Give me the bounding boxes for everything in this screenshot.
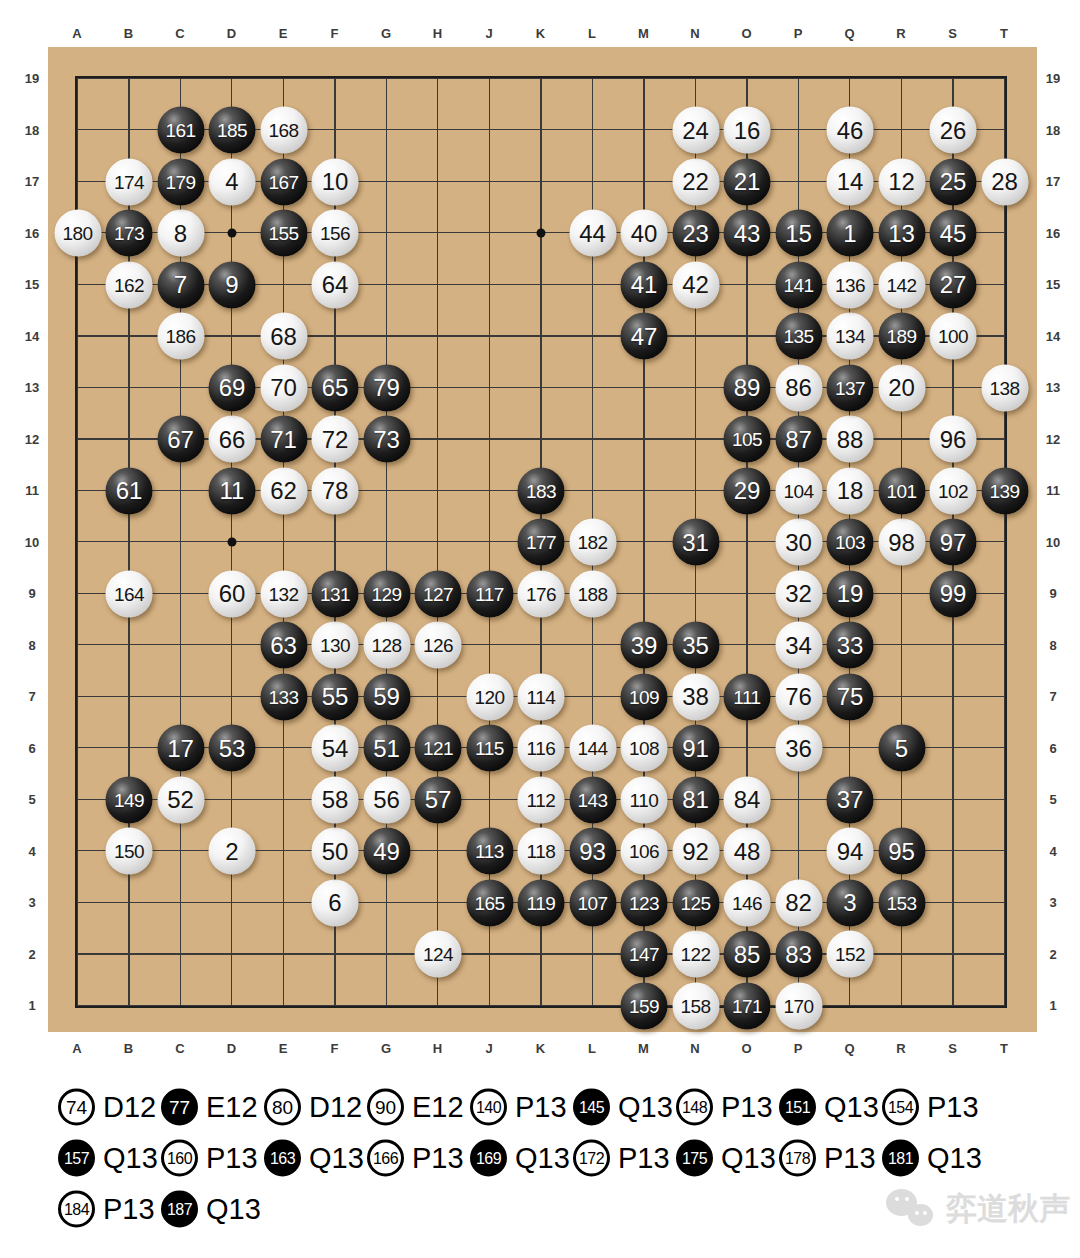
coord-right-1: 1: [1039, 998, 1067, 1013]
stone-L5-move-143: 143: [569, 776, 616, 823]
annotation-stone-74: 74: [58, 1089, 95, 1126]
stone-C15-move-7: 7: [157, 261, 204, 308]
coord-left-4: 4: [18, 843, 46, 858]
stone-O5-move-84: 84: [724, 776, 771, 823]
annotation-move-157: 157Q13: [58, 1140, 158, 1177]
stone-R6-move-5: 5: [878, 725, 925, 772]
stone-L4-move-93: 93: [569, 828, 616, 875]
coord-left-10: 10: [18, 534, 46, 549]
stone-C6-move-17: 17: [157, 725, 204, 772]
coord-top-A: A: [64, 26, 90, 41]
annotation-point-160: P13: [206, 1142, 258, 1175]
stone-K9-move-176: 176: [518, 570, 565, 617]
annotation-move-90: 90E12: [367, 1089, 464, 1126]
stone-D17-move-4: 4: [209, 158, 256, 205]
annotation-point-148: P13: [721, 1091, 773, 1124]
coord-left-19: 19: [18, 71, 46, 86]
stone-C14-move-186: 186: [157, 313, 204, 360]
annotation-stone-145: 145: [573, 1089, 610, 1126]
hoshi-D10: [228, 538, 237, 547]
stone-O12-move-105: 105: [724, 416, 771, 463]
stone-R17-move-12: 12: [878, 158, 925, 205]
coord-right-7: 7: [1039, 689, 1067, 704]
stone-E12-move-71: 71: [260, 416, 307, 463]
coord-right-19: 19: [1039, 71, 1067, 86]
stone-M16-move-40: 40: [621, 210, 668, 257]
stone-E7-move-133: 133: [260, 673, 307, 720]
stone-Q17-move-14: 14: [827, 158, 874, 205]
coord-top-D: D: [219, 26, 245, 41]
stone-E13-move-70: 70: [260, 364, 307, 411]
stone-N6-move-91: 91: [672, 725, 719, 772]
coord-top-H: H: [425, 26, 451, 41]
stone-P3-move-82: 82: [775, 879, 822, 926]
stone-R4-move-95: 95: [878, 828, 925, 875]
annotation-move-163: 163Q13: [264, 1140, 364, 1177]
stone-Q16-move-1: 1: [827, 210, 874, 257]
annotation-stone-90: 90: [367, 1089, 404, 1126]
coord-right-17: 17: [1039, 174, 1067, 189]
annotation-stone-181: 181: [882, 1140, 919, 1177]
annotation-stone-157: 157: [58, 1140, 95, 1177]
stone-O3-move-146: 146: [724, 879, 771, 926]
stone-Q9-move-19: 19: [827, 570, 874, 617]
hoshi-D16: [228, 229, 237, 238]
annotation-move-80: 80D12: [264, 1089, 362, 1126]
stone-F13-move-65: 65: [312, 364, 359, 411]
stone-R16-move-13: 13: [878, 210, 925, 257]
stone-G12-move-73: 73: [363, 416, 410, 463]
stone-M15-move-41: 41: [621, 261, 668, 308]
stone-N16-move-23: 23: [672, 210, 719, 257]
annotation-move-178: 178P13: [779, 1140, 876, 1177]
stone-O11-move-29: 29: [724, 467, 771, 514]
coord-left-9: 9: [18, 586, 46, 601]
stone-E14-move-68: 68: [260, 313, 307, 360]
coord-left-1: 1: [18, 998, 46, 1013]
stone-H6-move-121: 121: [415, 725, 462, 772]
stone-N7-move-38: 38: [672, 673, 719, 720]
annotation-point-181: Q13: [927, 1142, 982, 1175]
stone-N17-move-22: 22: [672, 158, 719, 205]
stone-J7-move-120: 120: [466, 673, 513, 720]
stone-N15-move-42: 42: [672, 261, 719, 308]
coord-left-12: 12: [18, 431, 46, 446]
annotation-stone-175: 175: [676, 1140, 713, 1177]
stone-E16-move-155: 155: [260, 210, 307, 257]
annotation-point-157: Q13: [103, 1142, 158, 1175]
stone-P1-move-170: 170: [775, 982, 822, 1029]
annotation-move-184: 184P13: [58, 1191, 155, 1228]
coord-top-C: C: [167, 26, 193, 41]
coord-bottom-J: J: [476, 1041, 502, 1056]
stone-N2-move-122: 122: [672, 931, 719, 978]
annotation-move-151: 151Q13: [779, 1089, 879, 1126]
stone-S16-move-45: 45: [930, 210, 977, 257]
stone-Q10-move-103: 103: [827, 519, 874, 566]
stone-P16-move-15: 15: [775, 210, 822, 257]
coord-left-11: 11: [18, 483, 46, 498]
stone-N5-move-81: 81: [672, 776, 719, 823]
annotation-point-178: P13: [824, 1142, 876, 1175]
stone-J6-move-115: 115: [466, 725, 513, 772]
go-kifu-diagram: AABBCCDDEEFFGGHHJJKKLLMMNNOOPPQQRRSSTT19…: [0, 0, 1080, 1258]
stone-Q18-move-46: 46: [827, 107, 874, 154]
stone-E18-move-168: 168: [260, 107, 307, 154]
stone-F6-move-54: 54: [312, 725, 359, 772]
coord-left-7: 7: [18, 689, 46, 704]
stone-G7-move-59: 59: [363, 673, 410, 720]
stone-G9-move-129: 129: [363, 570, 410, 617]
annotation-stone-148: 148: [676, 1089, 713, 1126]
stone-F3-move-6: 6: [312, 879, 359, 926]
coord-bottom-Q: Q: [837, 1041, 863, 1056]
stone-Q8-move-33: 33: [827, 622, 874, 669]
stone-R11-move-101: 101: [878, 467, 925, 514]
coord-right-8: 8: [1039, 637, 1067, 652]
stone-K4-move-118: 118: [518, 828, 565, 875]
stone-C18-move-161: 161: [157, 107, 204, 154]
stone-B4-move-150: 150: [106, 828, 153, 875]
stone-N3-move-125: 125: [672, 879, 719, 926]
stone-F15-move-64: 64: [312, 261, 359, 308]
coord-top-N: N: [682, 26, 708, 41]
coord-left-13: 13: [18, 380, 46, 395]
stone-K10-move-177: 177: [518, 519, 565, 566]
stone-A16-move-180: 180: [54, 210, 101, 257]
coord-right-16: 16: [1039, 225, 1067, 240]
annotation-point-80: D12: [309, 1091, 362, 1124]
stone-E11-move-62: 62: [260, 467, 307, 514]
stone-D12-move-66: 66: [209, 416, 256, 463]
coord-right-15: 15: [1039, 277, 1067, 292]
stone-P8-move-34: 34: [775, 622, 822, 669]
coord-bottom-O: O: [734, 1041, 760, 1056]
stone-S15-move-27: 27: [930, 261, 977, 308]
watermark-text: 弈道秋声: [946, 1188, 1070, 1230]
stone-H2-move-124: 124: [415, 931, 462, 978]
annotation-move-172: 172P13: [573, 1140, 670, 1177]
annotation-point-184: P13: [103, 1193, 155, 1226]
stone-S12-move-96: 96: [930, 416, 977, 463]
stone-F9-move-131: 131: [312, 570, 359, 617]
stone-B17-move-174: 174: [106, 158, 153, 205]
annotation-stone-166: 166: [367, 1140, 404, 1177]
stone-M3-move-123: 123: [621, 879, 668, 926]
annotation-stone-151: 151: [779, 1089, 816, 1126]
coord-bottom-H: H: [425, 1041, 451, 1056]
stone-H9-move-127: 127: [415, 570, 462, 617]
stone-P6-move-36: 36: [775, 725, 822, 772]
stone-E9-move-132: 132: [260, 570, 307, 617]
coord-right-14: 14: [1039, 328, 1067, 343]
coord-bottom-S: S: [940, 1041, 966, 1056]
annotation-move-166: 166P13: [367, 1140, 464, 1177]
stone-Q2-move-152: 152: [827, 931, 874, 978]
stone-E8-move-63: 63: [260, 622, 307, 669]
stone-N8-move-35: 35: [672, 622, 719, 669]
stone-K6-move-116: 116: [518, 725, 565, 772]
stone-F5-move-58: 58: [312, 776, 359, 823]
stone-R3-move-153: 153: [878, 879, 925, 926]
stone-N18-move-24: 24: [672, 107, 719, 154]
annotation-move-140: 140P13: [470, 1089, 567, 1126]
annotation-stone-169: 169: [470, 1140, 507, 1177]
stone-G8-move-128: 128: [363, 622, 410, 669]
stone-N4-move-92: 92: [672, 828, 719, 875]
stone-R14-move-189: 189: [878, 313, 925, 360]
coord-bottom-D: D: [219, 1041, 245, 1056]
stone-D4-move-2: 2: [209, 828, 256, 875]
stone-M14-move-47: 47: [621, 313, 668, 360]
stone-S17-move-25: 25: [930, 158, 977, 205]
stone-B16-move-173: 173: [106, 210, 153, 257]
coord-right-10: 10: [1039, 534, 1067, 549]
annotation-move-175: 175Q13: [676, 1140, 776, 1177]
coord-left-15: 15: [18, 277, 46, 292]
stone-Q14-move-134: 134: [827, 313, 874, 360]
stone-G13-move-79: 79: [363, 364, 410, 411]
annotation-point-74: D12: [103, 1091, 156, 1124]
stone-N10-move-31: 31: [672, 519, 719, 566]
annotation-move-148: 148P13: [676, 1089, 773, 1126]
go-board: 1234567891011121314151617181920212223242…: [48, 47, 1037, 1032]
annotation-stone-178: 178: [779, 1140, 816, 1177]
coord-left-6: 6: [18, 740, 46, 755]
annotation-point-145: Q13: [618, 1091, 673, 1124]
annotation-move-145: 145Q13: [573, 1089, 673, 1126]
stone-M8-move-39: 39: [621, 622, 668, 669]
stone-C12-move-67: 67: [157, 416, 204, 463]
annotation-stone-77: 77: [161, 1089, 198, 1126]
stone-O13-move-89: 89: [724, 364, 771, 411]
coord-right-4: 4: [1039, 843, 1067, 858]
stone-C16-move-8: 8: [157, 210, 204, 257]
coord-top-M: M: [631, 26, 657, 41]
coord-left-18: 18: [18, 122, 46, 137]
coord-top-G: G: [373, 26, 399, 41]
stone-L10-move-182: 182: [569, 519, 616, 566]
stone-T11-move-139: 139: [981, 467, 1028, 514]
coord-bottom-M: M: [631, 1041, 657, 1056]
stone-D13-move-69: 69: [209, 364, 256, 411]
stone-E17-move-167: 167: [260, 158, 307, 205]
coord-top-B: B: [116, 26, 142, 41]
annotation-point-154: P13: [927, 1091, 979, 1124]
watermark: 弈道秋声: [884, 1186, 1070, 1232]
annotation-stone-184: 184: [58, 1191, 95, 1228]
hoshi-K16: [537, 229, 546, 238]
annotation-move-169: 169Q13: [470, 1140, 570, 1177]
stone-O4-move-48: 48: [724, 828, 771, 875]
stone-K5-move-112: 112: [518, 776, 565, 823]
coord-bottom-C: C: [167, 1041, 193, 1056]
coord-left-3: 3: [18, 895, 46, 910]
coord-right-2: 2: [1039, 946, 1067, 961]
coord-right-12: 12: [1039, 431, 1067, 446]
stone-S10-move-97: 97: [930, 519, 977, 566]
coord-bottom-G: G: [373, 1041, 399, 1056]
stone-B11-move-61: 61: [106, 467, 153, 514]
annotation-move-77: 77E12: [161, 1089, 258, 1126]
stone-J4-move-113: 113: [466, 828, 513, 875]
stone-L9-move-188: 188: [569, 570, 616, 617]
annotation-stone-140: 140: [470, 1089, 507, 1126]
coord-right-18: 18: [1039, 122, 1067, 137]
stone-N1-move-158: 158: [672, 982, 719, 1029]
stone-P12-move-87: 87: [775, 416, 822, 463]
stone-S9-move-99: 99: [930, 570, 977, 617]
stone-Q11-move-18: 18: [827, 467, 874, 514]
annotation-move-187: 187Q13: [161, 1191, 261, 1228]
wechat-logo-icon: [884, 1186, 936, 1232]
stone-Q12-move-88: 88: [827, 416, 874, 463]
stone-Q13-move-137: 137: [827, 364, 874, 411]
annotation-point-175: Q13: [721, 1142, 776, 1175]
stone-D11-move-11: 11: [209, 467, 256, 514]
stone-C5-move-52: 52: [157, 776, 204, 823]
annotation-point-169: Q13: [515, 1142, 570, 1175]
coord-left-16: 16: [18, 225, 46, 240]
coord-right-13: 13: [1039, 380, 1067, 395]
stone-K3-move-119: 119: [518, 879, 565, 926]
stone-G6-move-51: 51: [363, 725, 410, 772]
stone-P13-move-86: 86: [775, 364, 822, 411]
stone-L16-move-44: 44: [569, 210, 616, 257]
stone-F8-move-130: 130: [312, 622, 359, 669]
stone-B15-move-162: 162: [106, 261, 153, 308]
stone-H8-move-126: 126: [415, 622, 462, 669]
stone-P2-move-83: 83: [775, 931, 822, 978]
stone-R10-move-98: 98: [878, 519, 925, 566]
stone-M5-move-110: 110: [621, 776, 668, 823]
stone-D18-move-185: 185: [209, 107, 256, 154]
stone-Q7-move-75: 75: [827, 673, 874, 720]
stone-M7-move-109: 109: [621, 673, 668, 720]
coord-top-P: P: [785, 26, 811, 41]
stone-F16-move-156: 156: [312, 210, 359, 257]
stone-P7-move-76: 76: [775, 673, 822, 720]
stone-F12-move-72: 72: [312, 416, 359, 463]
stone-D9-move-60: 60: [209, 570, 256, 617]
coord-bottom-N: N: [682, 1041, 708, 1056]
stone-T13-move-138: 138: [981, 364, 1028, 411]
coord-bottom-R: R: [888, 1041, 914, 1056]
annotation-point-172: P13: [618, 1142, 670, 1175]
coord-top-K: K: [528, 26, 554, 41]
stone-P10-move-30: 30: [775, 519, 822, 566]
stone-T17-move-28: 28: [981, 158, 1028, 205]
stone-F11-move-78: 78: [312, 467, 359, 514]
coord-bottom-B: B: [116, 1041, 142, 1056]
stone-M6-move-108: 108: [621, 725, 668, 772]
stone-F7-move-55: 55: [312, 673, 359, 720]
stone-K7-move-114: 114: [518, 673, 565, 720]
coord-left-5: 5: [18, 792, 46, 807]
stone-S18-move-26: 26: [930, 107, 977, 154]
coord-right-6: 6: [1039, 740, 1067, 755]
stone-Q15-move-136: 136: [827, 261, 874, 308]
stone-Q5-move-37: 37: [827, 776, 874, 823]
stone-Q3-move-3: 3: [827, 879, 874, 926]
stone-M1-move-159: 159: [621, 982, 668, 1029]
coord-top-F: F: [322, 26, 348, 41]
annotation-point-90: E12: [412, 1091, 464, 1124]
coord-bottom-P: P: [785, 1041, 811, 1056]
stone-C17-move-179: 179: [157, 158, 204, 205]
stone-P11-move-104: 104: [775, 467, 822, 514]
coord-left-8: 8: [18, 637, 46, 652]
stone-H5-move-57: 57: [415, 776, 462, 823]
annotation-stone-154: 154: [882, 1089, 919, 1126]
stone-B9-move-164: 164: [106, 570, 153, 617]
stone-G4-move-49: 49: [363, 828, 410, 875]
stone-P9-move-32: 32: [775, 570, 822, 617]
annotation-move-154: 154P13: [882, 1089, 979, 1126]
stone-Q4-move-94: 94: [827, 828, 874, 875]
stone-R15-move-142: 142: [878, 261, 925, 308]
stone-M2-move-147: 147: [621, 931, 668, 978]
annotation-point-151: Q13: [824, 1091, 879, 1124]
stone-L3-move-107: 107: [569, 879, 616, 926]
stone-R13-move-20: 20: [878, 364, 925, 411]
coord-top-Q: Q: [837, 26, 863, 41]
board-grid: 1234567891011121314151617181920212223242…: [77, 78, 1005, 1006]
annotation-point-163: Q13: [309, 1142, 364, 1175]
annotation-stone-80: 80: [264, 1089, 301, 1126]
coord-top-O: O: [734, 26, 760, 41]
annotation-stone-160: 160: [161, 1140, 198, 1177]
stone-O2-move-85: 85: [724, 931, 771, 978]
stone-S11-move-102: 102: [930, 467, 977, 514]
stone-J9-move-117: 117: [466, 570, 513, 617]
annotation-point-187: Q13: [206, 1193, 261, 1226]
coord-right-11: 11: [1039, 483, 1067, 498]
stone-O1-move-171: 171: [724, 982, 771, 1029]
stone-F17-move-10: 10: [312, 158, 359, 205]
stone-O16-move-43: 43: [724, 210, 771, 257]
stone-D6-move-53: 53: [209, 725, 256, 772]
coord-bottom-A: A: [64, 1041, 90, 1056]
coord-bottom-T: T: [991, 1041, 1017, 1056]
coord-right-3: 3: [1039, 895, 1067, 910]
stone-P14-move-135: 135: [775, 313, 822, 360]
annotation-stone-187: 187: [161, 1191, 198, 1228]
coord-left-2: 2: [18, 946, 46, 961]
annotation-move-181: 181Q13: [882, 1140, 982, 1177]
stone-S14-move-100: 100: [930, 313, 977, 360]
coord-left-14: 14: [18, 328, 46, 343]
coord-right-5: 5: [1039, 792, 1067, 807]
coord-bottom-L: L: [579, 1041, 605, 1056]
stone-B5-move-149: 149: [106, 776, 153, 823]
coord-right-9: 9: [1039, 586, 1067, 601]
coord-top-R: R: [888, 26, 914, 41]
annotation-move-74: 74D12: [58, 1089, 156, 1126]
stone-O17-move-21: 21: [724, 158, 771, 205]
coord-bottom-E: E: [270, 1041, 296, 1056]
stone-O18-move-16: 16: [724, 107, 771, 154]
stone-P15-move-141: 141: [775, 261, 822, 308]
coord-top-J: J: [476, 26, 502, 41]
coord-top-E: E: [270, 26, 296, 41]
stone-O7-move-111: 111: [724, 673, 771, 720]
annotation-point-77: E12: [206, 1091, 258, 1124]
stone-M4-move-106: 106: [621, 828, 668, 875]
stone-F4-move-50: 50: [312, 828, 359, 875]
annotation-point-166: P13: [412, 1142, 464, 1175]
stone-K11-move-183: 183: [518, 467, 565, 514]
